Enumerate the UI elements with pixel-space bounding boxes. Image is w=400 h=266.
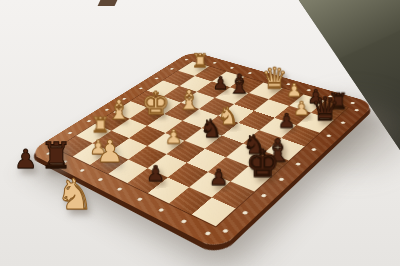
black-knight[interactable]: ♞ (198, 116, 225, 141)
captured-black-rook[interactable]: ♜ (40, 138, 72, 174)
inlay-dot (354, 109, 360, 112)
inlay-dot (180, 219, 187, 224)
white-rook[interactable]: ♜ (189, 52, 211, 71)
inlay-dot (116, 187, 122, 191)
background-wood-sliver (98, 0, 118, 6)
scene: ♜♝♜♟♚♝♟♟♝♟♞♞♛♟♟♞♟♟♟♚♝♛♜ ♟♜♞♟ (0, 0, 400, 266)
inlay-dot (340, 121, 346, 124)
inlay-dot (204, 231, 211, 236)
inlay-dot (137, 197, 143, 201)
inlay-dot (97, 178, 103, 182)
white-bishop[interactable]: ♝ (177, 87, 202, 114)
white-pawn[interactable]: ♟ (160, 127, 187, 147)
black-pawn[interactable]: ♟ (141, 163, 170, 184)
inlay-dot (158, 208, 165, 212)
black-queen[interactable]: ♛ (311, 93, 338, 125)
captured-black-pawn[interactable]: ♟ (14, 146, 37, 172)
inlay-dot (326, 134, 332, 137)
black-king[interactable]: ♚ (246, 144, 276, 182)
captured-white-pawn[interactable]: ♟ (96, 136, 124, 167)
black-pawn[interactable]: ♟ (273, 111, 300, 131)
inlay-dot (295, 162, 301, 166)
black-bishop[interactable]: ♝ (227, 72, 251, 98)
inlay-dot (169, 68, 174, 70)
chess-board[interactable]: ♜♝♜♟♚♝♟♟♝♟♞♞♛♟♟♞♟♟♟♚♝♛♜ (28, 51, 375, 251)
black-pawn[interactable]: ♟ (204, 166, 234, 188)
white-king[interactable]: ♚ (141, 87, 166, 119)
captured-white-knight[interactable]: ♞ (56, 174, 94, 216)
inlay-dot (222, 229, 229, 234)
inlay-dot (242, 211, 249, 215)
inlay-dot (212, 62, 217, 64)
inlay-dot (311, 148, 317, 151)
inlay-dot (154, 77, 159, 79)
inlay-dot (261, 194, 268, 198)
